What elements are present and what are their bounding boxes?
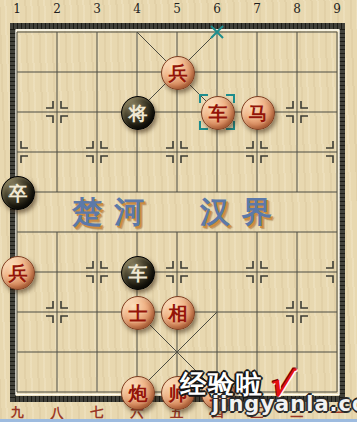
file-label-top-8: 8	[287, 2, 307, 16]
file-label-top-9: 9	[327, 2, 347, 16]
piece-black-general[interactable]: 将	[121, 96, 155, 130]
piece-glyph: 卒	[9, 184, 28, 203]
piece-red-chariot[interactable]: 车	[201, 96, 235, 130]
piece-red-soldier[interactable]: 兵	[1, 256, 35, 290]
river-text-han-jie: 汉界	[200, 192, 284, 232]
piece-glyph: 兵	[169, 64, 188, 83]
piece-red-advisor[interactable]: 士	[121, 296, 155, 330]
piece-glyph: 马	[249, 104, 268, 123]
piece-red-general[interactable]: 帅	[161, 376, 195, 410]
file-label-top-3: 3	[87, 2, 107, 16]
piece-glyph: 士	[129, 304, 148, 323]
file-label-top-6: 6	[207, 2, 227, 16]
piece-glyph: 车	[209, 104, 228, 123]
piece-glyph: 车	[129, 264, 148, 283]
piece-glyph: 将	[129, 104, 148, 123]
file-label-top-2: 2	[47, 2, 67, 16]
piece-black-soldier[interactable]: 卒	[1, 176, 35, 210]
piece-red-cannon[interactable]: 炮	[121, 376, 155, 410]
file-label-top-5: 5	[167, 2, 187, 16]
piece-glyph: 炮	[129, 384, 148, 403]
xiangqi-board[interactable]: 123456789 九八七六五四三二一 楚河 汉界 兵将车马卒兵车士相炮帅士 经…	[0, 0, 357, 422]
piece-red-soldier[interactable]: 兵	[161, 56, 195, 90]
piece-glyph: 帅	[169, 384, 188, 403]
river-text-chu-he: 楚河	[72, 192, 156, 232]
piece-glyph: 士	[209, 384, 228, 403]
piece-glyph: 兵	[9, 264, 28, 283]
piece-black-chariot[interactable]: 车	[121, 256, 155, 290]
piece-red-horse[interactable]: 马	[241, 96, 275, 130]
piece-glyph: 相	[169, 304, 188, 323]
piece-red-advisor[interactable]: 士	[201, 376, 235, 410]
piece-red-elephant[interactable]: 相	[161, 296, 195, 330]
file-label-top-4: 4	[127, 2, 147, 16]
file-label-top-1: 1	[7, 2, 27, 16]
file-label-top-7: 7	[247, 2, 267, 16]
